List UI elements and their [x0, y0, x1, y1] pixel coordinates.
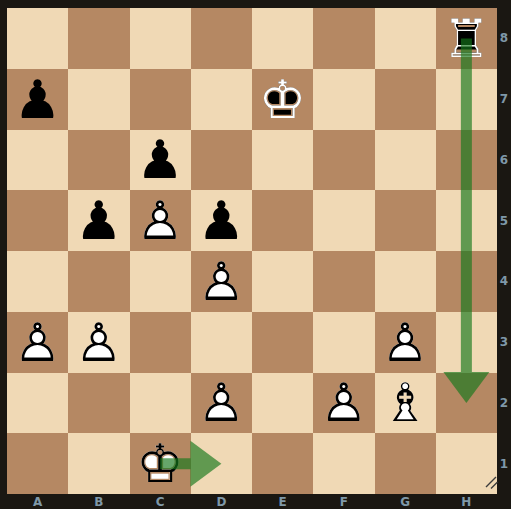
white-pawn-glyph: ♟: [68, 312, 129, 373]
square-g1[interactable]: [375, 433, 436, 494]
square-c6[interactable]: ♟: [130, 130, 191, 191]
square-f6[interactable]: [313, 130, 374, 191]
square-b7[interactable]: [68, 69, 129, 130]
square-e7[interactable]: ♚♔: [252, 69, 313, 130]
square-c1[interactable]: ♚♔: [130, 433, 191, 494]
white-pawn[interactable]: ♟♙: [7, 312, 68, 373]
white-pawn[interactable]: ♟♙: [191, 373, 252, 434]
white-pawn-glyph: ♟: [313, 373, 374, 434]
white-pawn-glyph: ♟: [130, 190, 191, 251]
square-c2[interactable]: [130, 373, 191, 434]
black-pawn-glyph: ♟: [7, 69, 68, 130]
square-a8[interactable]: [7, 8, 68, 69]
rank-coordinates: 87654321: [497, 8, 511, 494]
file-label-a: A: [7, 494, 68, 509]
square-g6[interactable]: [375, 130, 436, 191]
rank-label-6: 6: [497, 130, 511, 191]
file-label-c: C: [130, 494, 191, 509]
file-label-e: E: [252, 494, 313, 509]
white-pawn-outline: ♙: [191, 373, 252, 434]
square-a4[interactable]: [7, 251, 68, 312]
square-d4[interactable]: ♟♙: [191, 251, 252, 312]
black-rook-glyph: ♜: [436, 8, 497, 69]
square-f3[interactable]: [313, 312, 374, 373]
white-king-outline: ♔: [130, 433, 191, 494]
square-e8[interactable]: [252, 8, 313, 69]
square-g3[interactable]: ♟♙: [375, 312, 436, 373]
chess-board[interactable]: ♜♖♟♚♔♟♟♟♙♟♟♙♟♙♟♙♟♙♟♙♟♙♝♗♚♔: [7, 8, 497, 494]
white-pawn-glyph: ♟: [7, 312, 68, 373]
square-d1[interactable]: [191, 433, 252, 494]
square-c3[interactable]: [130, 312, 191, 373]
black-pawn-glyph: ♟: [130, 130, 191, 191]
square-e2[interactable]: [252, 373, 313, 434]
square-c7[interactable]: [130, 69, 191, 130]
white-pawn-outline: ♙: [130, 190, 191, 251]
square-a6[interactable]: [7, 130, 68, 191]
white-pawn-outline: ♙: [7, 312, 68, 373]
rank-label-5: 5: [497, 190, 511, 251]
file-label-g: G: [375, 494, 436, 509]
white-pawn-outline: ♙: [191, 251, 252, 312]
black-king[interactable]: ♚♔: [252, 69, 313, 130]
rank-label-3: 3: [497, 312, 511, 373]
square-e3[interactable]: [252, 312, 313, 373]
square-b6[interactable]: [68, 130, 129, 191]
white-pawn[interactable]: ♟♙: [191, 251, 252, 312]
square-f4[interactable]: [313, 251, 374, 312]
file-label-b: B: [68, 494, 129, 509]
square-e6[interactable]: [252, 130, 313, 191]
white-bishop-outline: ♗: [375, 373, 436, 434]
white-king[interactable]: ♚♔: [130, 433, 191, 494]
square-d3[interactable]: [191, 312, 252, 373]
square-b4[interactable]: [68, 251, 129, 312]
rank-label-2: 2: [497, 373, 511, 434]
black-king-glyph: ♚: [252, 69, 313, 130]
white-pawn-glyph: ♟: [375, 312, 436, 373]
rank-label-7: 7: [497, 69, 511, 130]
square-f7[interactable]: [313, 69, 374, 130]
white-bishop-glyph: ♝: [375, 373, 436, 434]
white-pawn[interactable]: ♟♙: [375, 312, 436, 373]
square-b2[interactable]: [68, 373, 129, 434]
square-e5[interactable]: [252, 190, 313, 251]
square-f8[interactable]: [313, 8, 374, 69]
square-b1[interactable]: [68, 433, 129, 494]
square-a3[interactable]: ♟♙: [7, 312, 68, 373]
square-g8[interactable]: [375, 8, 436, 69]
square-a7[interactable]: ♟: [7, 69, 68, 130]
square-d6[interactable]: [191, 130, 252, 191]
square-c5[interactable]: ♟♙: [130, 190, 191, 251]
file-label-f: F: [313, 494, 374, 509]
square-h7[interactable]: [436, 69, 497, 130]
square-d5[interactable]: ♟: [191, 190, 252, 251]
black-pawn-glyph: ♟: [68, 190, 129, 251]
square-a2[interactable]: [7, 373, 68, 434]
square-g7[interactable]: [375, 69, 436, 130]
square-e1[interactable]: [252, 433, 313, 494]
black-pawn[interactable]: ♟: [191, 190, 252, 251]
white-pawn[interactable]: ♟♙: [68, 312, 129, 373]
file-label-h: H: [436, 494, 497, 509]
black-king-outline: ♔: [252, 69, 313, 130]
white-pawn-outline: ♙: [68, 312, 129, 373]
square-h8[interactable]: ♜♖: [436, 8, 497, 69]
file-coordinates: ABCDEFGH: [7, 494, 497, 509]
white-pawn-outline: ♙: [375, 312, 436, 373]
square-h2[interactable]: [436, 373, 497, 434]
black-pawn[interactable]: ♟: [7, 69, 68, 130]
square-d2[interactable]: ♟♙: [191, 373, 252, 434]
square-a1[interactable]: [7, 433, 68, 494]
square-a5[interactable]: [7, 190, 68, 251]
chess-analysis-area: ♜♖♟♚♔♟♟♟♙♟♟♙♟♙♟♙♟♙♟♙♟♙♝♗♚♔ 87654321 ABCD…: [0, 0, 511, 509]
square-h5[interactable]: [436, 190, 497, 251]
black-pawn[interactable]: ♟: [130, 130, 191, 191]
square-c8[interactable]: [130, 8, 191, 69]
rank-label-1: 1: [497, 433, 511, 494]
white-pawn-glyph: ♟: [191, 251, 252, 312]
white-pawn[interactable]: ♟♙: [313, 373, 374, 434]
square-g2[interactable]: ♝♗: [375, 373, 436, 434]
file-label-d: D: [191, 494, 252, 509]
square-f1[interactable]: [313, 433, 374, 494]
white-pawn-outline: ♙: [313, 373, 374, 434]
square-b5[interactable]: ♟: [68, 190, 129, 251]
square-g5[interactable]: [375, 190, 436, 251]
white-pawn-glyph: ♟: [191, 373, 252, 434]
square-h4[interactable]: [436, 251, 497, 312]
black-pawn[interactable]: ♟: [68, 190, 129, 251]
black-rook[interactable]: ♜♖: [436, 8, 497, 69]
black-pawn-glyph: ♟: [191, 190, 252, 251]
square-h3[interactable]: [436, 312, 497, 373]
square-g4[interactable]: [375, 251, 436, 312]
square-f5[interactable]: [313, 190, 374, 251]
square-d8[interactable]: [191, 8, 252, 69]
white-bishop[interactable]: ♝♗: [375, 373, 436, 434]
square-b8[interactable]: [68, 8, 129, 69]
black-rook-outline: ♖: [436, 8, 497, 69]
square-c4[interactable]: [130, 251, 191, 312]
square-b3[interactable]: ♟♙: [68, 312, 129, 373]
board-resize-handle-icon[interactable]: [483, 474, 499, 490]
square-e4[interactable]: [252, 251, 313, 312]
square-d7[interactable]: [191, 69, 252, 130]
square-h6[interactable]: [436, 130, 497, 191]
white-king-glyph: ♚: [130, 433, 191, 494]
rank-label-8: 8: [497, 8, 511, 69]
rank-label-4: 4: [497, 251, 511, 312]
white-pawn[interactable]: ♟♙: [130, 190, 191, 251]
square-f2[interactable]: ♟♙: [313, 373, 374, 434]
